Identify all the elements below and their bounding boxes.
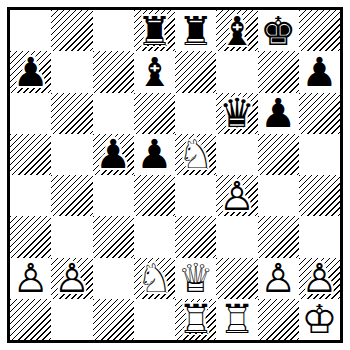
square-e3[interactable]	[175, 216, 216, 257]
square-c5[interactable]: ♟♟	[93, 134, 134, 175]
square-c2[interactable]	[93, 258, 134, 299]
piece-white-knight-e5: ♞♘	[175, 134, 216, 175]
white-queen-icon: ♕	[175, 258, 216, 299]
piece-white-pawn-g2: ♟♙	[258, 258, 299, 299]
square-d4[interactable]	[134, 175, 175, 216]
square-a1[interactable]	[10, 299, 51, 340]
square-g6[interactable]: ♟♟	[258, 93, 299, 134]
square-d2[interactable]: ♞♘	[134, 258, 175, 299]
square-a3[interactable]	[10, 216, 51, 257]
square-e1[interactable]: ♜♖	[175, 299, 216, 340]
square-e7[interactable]	[175, 51, 216, 92]
square-h8[interactable]	[299, 10, 340, 51]
square-d3[interactable]	[134, 216, 175, 257]
square-b8[interactable]	[51, 10, 92, 51]
white-pawn-icon: ♙	[51, 258, 92, 299]
square-c8[interactable]	[93, 10, 134, 51]
white-knight-icon: ♘	[175, 134, 216, 175]
piece-black-rook-e8: ♜♜	[175, 10, 216, 51]
square-h6[interactable]	[299, 93, 340, 134]
square-e2[interactable]: ♛♕	[175, 258, 216, 299]
square-g1[interactable]	[258, 299, 299, 340]
square-f5[interactable]	[216, 134, 257, 175]
square-g4[interactable]	[258, 175, 299, 216]
white-rook-icon: ♖	[175, 299, 216, 340]
white-pawn-icon: ♙	[258, 258, 299, 299]
square-g3[interactable]	[258, 216, 299, 257]
square-h2[interactable]: ♟♙	[299, 258, 340, 299]
square-b7[interactable]	[51, 51, 92, 92]
piece-black-king-g8: ♚♚	[258, 10, 299, 51]
piece-white-rook-e1: ♜♖	[175, 299, 216, 340]
board-frame: ♜♜♜♜♝♝♚♚♟♟♝♝♟♟♛♛♟♟♟♟♟♟♞♘♟♙♟♙♟♙♞♘♛♕♟♙♟♙♜♖…	[7, 7, 343, 343]
piece-white-pawn-h2: ♟♙	[299, 258, 340, 299]
square-c1[interactable]	[93, 299, 134, 340]
chess-board: ♜♜♜♜♝♝♚♚♟♟♝♝♟♟♛♛♟♟♟♟♟♟♞♘♟♙♟♙♟♙♞♘♛♕♟♙♟♙♜♖…	[10, 10, 340, 340]
piece-black-rook-d8: ♜♜	[134, 10, 175, 51]
square-a4[interactable]	[10, 175, 51, 216]
square-a6[interactable]	[10, 93, 51, 134]
square-e5[interactable]: ♞♘	[175, 134, 216, 175]
square-g8[interactable]: ♚♚	[258, 10, 299, 51]
white-knight-icon: ♘	[134, 258, 175, 299]
piece-white-pawn-a2: ♟♙	[10, 258, 51, 299]
square-e6[interactable]	[175, 93, 216, 134]
piece-white-queen-e2: ♛♕	[175, 258, 216, 299]
piece-black-pawn-g6: ♟♟	[258, 93, 299, 134]
piece-white-knight-d2: ♞♘	[134, 258, 175, 299]
square-b1[interactable]	[51, 299, 92, 340]
square-b4[interactable]	[51, 175, 92, 216]
white-king-icon: ♔	[299, 299, 340, 340]
chess-diagram: ♜♜♜♜♝♝♚♚♟♟♝♝♟♟♛♛♟♟♟♟♟♟♞♘♟♙♟♙♟♙♞♘♛♕♟♙♟♙♜♖…	[0, 0, 350, 350]
square-a5[interactable]	[10, 134, 51, 175]
square-d8[interactable]: ♜♜	[134, 10, 175, 51]
square-g5[interactable]	[258, 134, 299, 175]
square-c4[interactable]	[93, 175, 134, 216]
square-e4[interactable]	[175, 175, 216, 216]
piece-black-pawn-h7: ♟♟	[299, 51, 340, 92]
piece-black-pawn-a7: ♟♟	[10, 51, 51, 92]
square-f7[interactable]	[216, 51, 257, 92]
square-d1[interactable]	[134, 299, 175, 340]
piece-white-rook-f1: ♜♖	[216, 299, 257, 340]
square-c6[interactable]	[93, 93, 134, 134]
black-pawn-icon: ♟	[299, 51, 340, 92]
black-pawn-icon: ♟	[10, 51, 51, 92]
square-d6[interactable]	[134, 93, 175, 134]
black-bishop-icon: ♝	[134, 51, 175, 92]
square-c3[interactable]	[93, 216, 134, 257]
square-f6[interactable]: ♛♛	[216, 93, 257, 134]
square-a8[interactable]	[10, 10, 51, 51]
black-pawn-icon: ♟	[93, 134, 134, 175]
square-d7[interactable]: ♝♝	[134, 51, 175, 92]
square-f8[interactable]: ♝♝	[216, 10, 257, 51]
white-pawn-icon: ♙	[10, 258, 51, 299]
square-b3[interactable]	[51, 216, 92, 257]
black-pawn-icon: ♟	[134, 134, 175, 175]
square-f1[interactable]: ♜♖	[216, 299, 257, 340]
piece-white-pawn-f4: ♟♙	[216, 175, 257, 216]
square-e8[interactable]: ♜♜	[175, 10, 216, 51]
square-h4[interactable]	[299, 175, 340, 216]
piece-black-queen-f6: ♛♛	[216, 93, 257, 134]
black-rook-icon: ♜	[175, 10, 216, 51]
black-queen-icon: ♛	[216, 93, 257, 134]
square-f2[interactable]	[216, 258, 257, 299]
square-h3[interactable]	[299, 216, 340, 257]
white-rook-icon: ♖	[216, 299, 257, 340]
piece-white-pawn-b2: ♟♙	[51, 258, 92, 299]
piece-black-pawn-c5: ♟♟	[93, 134, 134, 175]
piece-white-king-h1: ♚♔	[299, 299, 340, 340]
piece-black-bishop-d7: ♝♝	[134, 51, 175, 92]
square-b6[interactable]	[51, 93, 92, 134]
square-d5[interactable]: ♟♟	[134, 134, 175, 175]
black-rook-icon: ♜	[134, 10, 175, 51]
white-pawn-icon: ♙	[299, 258, 340, 299]
black-pawn-icon: ♟	[258, 93, 299, 134]
black-bishop-icon: ♝	[216, 10, 257, 51]
square-a7[interactable]: ♟♟	[10, 51, 51, 92]
square-h1[interactable]: ♚♔	[299, 299, 340, 340]
square-a2[interactable]: ♟♙	[10, 258, 51, 299]
piece-black-bishop-f8: ♝♝	[216, 10, 257, 51]
piece-black-pawn-d5: ♟♟	[134, 134, 175, 175]
square-c7[interactable]	[93, 51, 134, 92]
square-b2[interactable]: ♟♙	[51, 258, 92, 299]
square-h5[interactable]	[299, 134, 340, 175]
square-g2[interactable]: ♟♙	[258, 258, 299, 299]
square-f4[interactable]: ♟♙	[216, 175, 257, 216]
square-f3[interactable]	[216, 216, 257, 257]
square-b5[interactable]	[51, 134, 92, 175]
black-king-icon: ♚	[258, 10, 299, 51]
white-pawn-icon: ♙	[216, 175, 257, 216]
square-g7[interactable]	[258, 51, 299, 92]
square-h7[interactable]: ♟♟	[299, 51, 340, 92]
